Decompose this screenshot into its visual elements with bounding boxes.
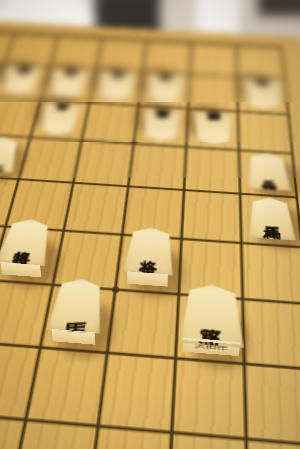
piece-kanji: 桂馬 bbox=[155, 125, 169, 126]
piece-gote-pawn-e: 歩兵 bbox=[238, 75, 290, 113]
photo-of-shogi-board: 歩兵歩兵銀将金将歩兵歩兵歩兵香車歩兵桂馬銀将歩兵角行歩兵歩兵桂馬銀将金将馬沢田作… bbox=[0, 0, 300, 449]
piece-kanji: 馬 bbox=[65, 304, 89, 305]
scene-3d: 歩兵歩兵銀将金将歩兵歩兵歩兵香車歩兵桂馬銀将歩兵角行歩兵歩兵桂馬銀将金将馬沢田作… bbox=[0, 0, 300, 449]
piece-sente-silver: 銀将 bbox=[0, 226, 63, 285]
shogi-board: 歩兵歩兵銀将金将歩兵歩兵歩兵香車歩兵桂馬銀将歩兵角行歩兵歩兵桂馬銀将金将馬沢田作… bbox=[0, 15, 300, 449]
piece-sente-horse: 馬 bbox=[39, 285, 115, 354]
piece-kanji: 銀将 bbox=[206, 128, 220, 129]
piece-kanji: 王将 bbox=[201, 313, 223, 315]
piece-top-face: 銀将 bbox=[0, 66, 43, 96]
piece-kanji: 桂馬 bbox=[263, 217, 279, 218]
board-top-face: 歩兵歩兵銀将金将歩兵歩兵歩兵香車歩兵桂馬銀将歩兵角行歩兵歩兵桂馬銀将金将馬沢田作… bbox=[0, 15, 300, 449]
piece-kanji: 銀将 bbox=[18, 240, 35, 241]
piece-sente-pawn-b: 歩兵 bbox=[240, 149, 298, 197]
piece-front-face: 沢田作 bbox=[182, 337, 240, 356]
piece-top-face: 桂馬 bbox=[140, 108, 183, 142]
piece-kanji: 金将 bbox=[141, 249, 158, 250]
piece-kanji: 銀将 bbox=[14, 80, 27, 81]
piece-sente-gold: 金将 bbox=[115, 234, 182, 294]
